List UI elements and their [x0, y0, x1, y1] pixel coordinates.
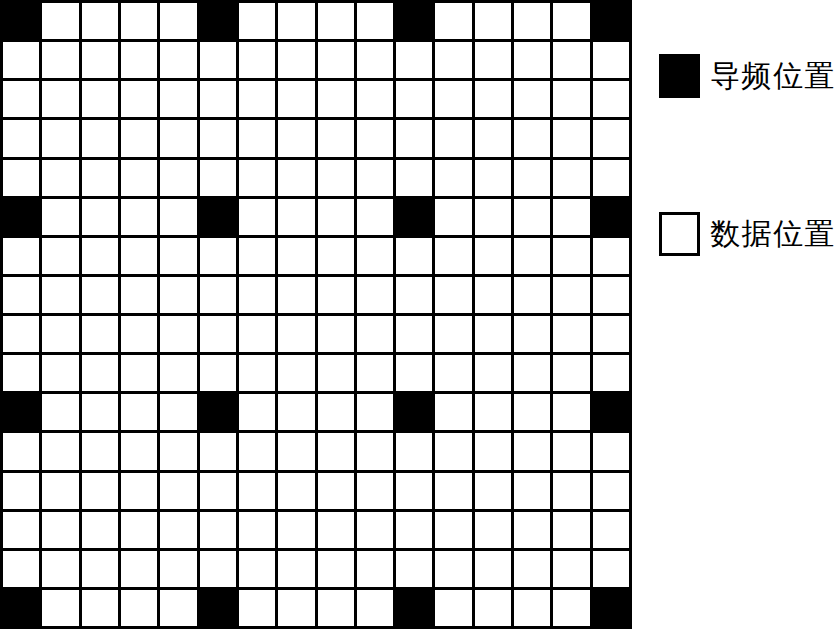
data-cell: [42, 238, 78, 274]
data-cell: [396, 473, 432, 509]
data-cell: [82, 120, 118, 156]
data-cell: [200, 551, 236, 587]
data-cell: [396, 316, 432, 352]
data-cell: [593, 433, 629, 469]
data-cell: [278, 316, 314, 352]
data-cell: [200, 42, 236, 78]
data-cell: [553, 238, 589, 274]
data-cell: [357, 199, 393, 235]
data-cell: [357, 3, 393, 39]
data-cell: [357, 238, 393, 274]
data-cell: [239, 277, 275, 313]
pilot-cell: [200, 199, 236, 235]
data-cell: [357, 433, 393, 469]
data-cell: [278, 277, 314, 313]
data-cell: [475, 316, 511, 352]
data-cell: [160, 120, 196, 156]
data-cell: [121, 238, 157, 274]
data-cell: [200, 473, 236, 509]
data-cell: [239, 81, 275, 117]
data-cell: [160, 277, 196, 313]
data-cell: [82, 42, 118, 78]
data-cell: [121, 433, 157, 469]
data-cell: [3, 42, 39, 78]
data-cell: [42, 355, 78, 391]
data-cell: [42, 551, 78, 587]
legend-label-pilot: 导频位置: [710, 61, 836, 91]
data-cell: [396, 238, 432, 274]
data-cell: [435, 42, 471, 78]
data-cell: [475, 590, 511, 626]
data-cell: [553, 394, 589, 430]
pilot-cell: [593, 3, 629, 39]
data-cell: [593, 238, 629, 274]
data-cell: [357, 473, 393, 509]
data-cell: [82, 355, 118, 391]
data-cell: [475, 433, 511, 469]
data-cell: [318, 3, 354, 39]
data-cell: [396, 512, 432, 548]
pilot-cell: [3, 199, 39, 235]
data-cell: [82, 512, 118, 548]
data-cell: [553, 512, 589, 548]
data-cell: [121, 120, 157, 156]
data-cell: [514, 316, 550, 352]
data-cell: [318, 473, 354, 509]
data-cell: [3, 238, 39, 274]
data-cell: [357, 355, 393, 391]
data-cell: [278, 590, 314, 626]
data-cell: [3, 277, 39, 313]
data-cell: [396, 355, 432, 391]
data-cell: [475, 3, 511, 39]
data-cell: [239, 3, 275, 39]
data-cell: [82, 160, 118, 196]
data-cell: [357, 42, 393, 78]
data-cell: [357, 316, 393, 352]
data-cell: [160, 3, 196, 39]
data-cell: [396, 277, 432, 313]
data-cell: [239, 238, 275, 274]
data-cell: [278, 238, 314, 274]
pilot-cell: [396, 199, 432, 235]
data-cell: [396, 160, 432, 196]
data-cell: [82, 316, 118, 352]
pilot-swatch: [659, 54, 700, 98]
data-cell: [318, 355, 354, 391]
data-cell: [318, 160, 354, 196]
data-cell: [42, 81, 78, 117]
data-swatch: [659, 212, 700, 256]
data-cell: [318, 277, 354, 313]
data-cell: [200, 512, 236, 548]
data-cell: [200, 277, 236, 313]
data-cell: [3, 473, 39, 509]
data-cell: [160, 238, 196, 274]
data-cell: [160, 473, 196, 509]
data-cell: [239, 551, 275, 587]
data-cell: [82, 394, 118, 430]
data-cell: [435, 512, 471, 548]
data-cell: [3, 512, 39, 548]
data-cell: [318, 433, 354, 469]
legend-item-pilot: 导频位置: [659, 54, 836, 98]
data-cell: [278, 120, 314, 156]
data-cell: [121, 512, 157, 548]
data-cell: [82, 551, 118, 587]
data-cell: [435, 473, 471, 509]
data-cell: [42, 160, 78, 196]
data-cell: [82, 433, 118, 469]
pilot-cell: [200, 3, 236, 39]
data-cell: [42, 42, 78, 78]
data-cell: [200, 120, 236, 156]
data-cell: [278, 551, 314, 587]
data-cell: [553, 120, 589, 156]
data-cell: [42, 394, 78, 430]
data-cell: [160, 316, 196, 352]
data-cell: [475, 551, 511, 587]
data-cell: [200, 160, 236, 196]
data-cell: [82, 238, 118, 274]
resource-grid: [0, 0, 632, 629]
data-cell: [396, 551, 432, 587]
data-cell: [593, 120, 629, 156]
data-cell: [121, 3, 157, 39]
data-cell: [435, 316, 471, 352]
data-cell: [239, 199, 275, 235]
data-cell: [318, 120, 354, 156]
data-cell: [435, 355, 471, 391]
data-cell: [3, 316, 39, 352]
data-cell: [318, 238, 354, 274]
data-cell: [475, 473, 511, 509]
data-cell: [42, 316, 78, 352]
data-cell: [200, 433, 236, 469]
data-cell: [593, 81, 629, 117]
data-cell: [121, 81, 157, 117]
data-cell: [514, 81, 550, 117]
data-cell: [435, 433, 471, 469]
data-cell: [475, 277, 511, 313]
data-cell: [318, 394, 354, 430]
data-cell: [82, 81, 118, 117]
data-cell: [514, 160, 550, 196]
data-cell: [278, 433, 314, 469]
data-cell: [3, 81, 39, 117]
data-cell: [514, 199, 550, 235]
data-cell: [160, 590, 196, 626]
data-cell: [318, 199, 354, 235]
data-cell: [121, 160, 157, 196]
data-cell: [3, 355, 39, 391]
data-cell: [357, 120, 393, 156]
data-cell: [200, 316, 236, 352]
data-cell: [239, 433, 275, 469]
data-cell: [514, 42, 550, 78]
data-cell: [514, 551, 550, 587]
data-cell: [160, 160, 196, 196]
data-cell: [200, 238, 236, 274]
data-cell: [435, 277, 471, 313]
data-cell: [514, 433, 550, 469]
data-cell: [553, 355, 589, 391]
data-cell: [396, 42, 432, 78]
data-cell: [593, 473, 629, 509]
data-cell: [278, 473, 314, 509]
pilot-cell: [396, 394, 432, 430]
data-cell: [160, 81, 196, 117]
data-cell: [593, 551, 629, 587]
pilot-cell: [200, 590, 236, 626]
data-cell: [357, 277, 393, 313]
pilot-cell: [3, 590, 39, 626]
data-cell: [278, 199, 314, 235]
data-cell: [239, 473, 275, 509]
data-cell: [435, 238, 471, 274]
legend-item-data: 数据位置: [659, 212, 836, 256]
data-cell: [82, 473, 118, 509]
data-cell: [553, 3, 589, 39]
data-cell: [239, 355, 275, 391]
data-cell: [396, 81, 432, 117]
pilot-cell: [3, 3, 39, 39]
data-cell: [42, 120, 78, 156]
data-cell: [435, 551, 471, 587]
data-cell: [160, 199, 196, 235]
data-cell: [239, 316, 275, 352]
data-cell: [514, 473, 550, 509]
data-cell: [42, 473, 78, 509]
data-cell: [121, 551, 157, 587]
data-cell: [475, 160, 511, 196]
data-cell: [435, 199, 471, 235]
data-cell: [475, 355, 511, 391]
data-cell: [553, 199, 589, 235]
data-cell: [593, 355, 629, 391]
data-cell: [514, 3, 550, 39]
data-cell: [318, 42, 354, 78]
data-cell: [514, 355, 550, 391]
data-cell: [42, 277, 78, 313]
data-cell: [553, 433, 589, 469]
pilot-cell: [200, 394, 236, 430]
data-cell: [278, 160, 314, 196]
pilot-cell: [593, 394, 629, 430]
data-cell: [318, 81, 354, 117]
data-cell: [3, 551, 39, 587]
data-cell: [357, 551, 393, 587]
pilot-cell: [396, 590, 432, 626]
data-cell: [514, 590, 550, 626]
data-cell: [42, 199, 78, 235]
data-cell: [278, 355, 314, 391]
data-cell: [553, 551, 589, 587]
data-cell: [239, 512, 275, 548]
data-cell: [593, 316, 629, 352]
data-cell: [475, 238, 511, 274]
data-cell: [82, 3, 118, 39]
data-cell: [357, 394, 393, 430]
data-cell: [3, 120, 39, 156]
data-cell: [553, 590, 589, 626]
data-cell: [160, 512, 196, 548]
data-cell: [514, 394, 550, 430]
data-cell: [318, 590, 354, 626]
data-cell: [593, 512, 629, 548]
data-cell: [396, 120, 432, 156]
data-cell: [278, 81, 314, 117]
data-cell: [3, 160, 39, 196]
data-cell: [278, 394, 314, 430]
data-cell: [239, 160, 275, 196]
data-cell: [593, 277, 629, 313]
data-cell: [278, 42, 314, 78]
data-cell: [82, 277, 118, 313]
data-cell: [42, 590, 78, 626]
data-cell: [435, 120, 471, 156]
pilot-cell: [593, 590, 629, 626]
data-cell: [42, 433, 78, 469]
data-cell: [121, 42, 157, 78]
data-cell: [160, 355, 196, 391]
data-cell: [42, 3, 78, 39]
pilot-cell: [593, 199, 629, 235]
data-cell: [239, 120, 275, 156]
data-cell: [435, 81, 471, 117]
data-cell: [82, 199, 118, 235]
data-cell: [553, 473, 589, 509]
data-cell: [357, 81, 393, 117]
data-cell: [475, 81, 511, 117]
data-cell: [3, 433, 39, 469]
data-cell: [435, 590, 471, 626]
data-cell: [121, 394, 157, 430]
data-cell: [200, 355, 236, 391]
data-cell: [357, 512, 393, 548]
data-cell: [121, 199, 157, 235]
data-cell: [593, 42, 629, 78]
legend-label-data: 数据位置: [710, 219, 836, 249]
data-cell: [200, 81, 236, 117]
data-cell: [82, 590, 118, 626]
data-cell: [357, 590, 393, 626]
data-cell: [239, 590, 275, 626]
data-cell: [160, 42, 196, 78]
data-cell: [553, 316, 589, 352]
data-cell: [514, 512, 550, 548]
data-cell: [121, 355, 157, 391]
data-cell: [475, 394, 511, 430]
data-cell: [593, 160, 629, 196]
pilot-cell: [396, 3, 432, 39]
data-cell: [475, 199, 511, 235]
data-cell: [121, 473, 157, 509]
data-cell: [318, 551, 354, 587]
data-cell: [514, 238, 550, 274]
data-cell: [435, 394, 471, 430]
data-cell: [475, 120, 511, 156]
data-cell: [239, 394, 275, 430]
data-cell: [514, 120, 550, 156]
data-cell: [239, 42, 275, 78]
data-cell: [435, 3, 471, 39]
data-cell: [435, 160, 471, 196]
data-cell: [278, 512, 314, 548]
data-cell: [160, 394, 196, 430]
data-cell: [318, 316, 354, 352]
data-cell: [475, 512, 511, 548]
data-cell: [475, 42, 511, 78]
data-cell: [553, 160, 589, 196]
data-cell: [121, 316, 157, 352]
data-cell: [396, 433, 432, 469]
data-cell: [553, 81, 589, 117]
data-cell: [278, 3, 314, 39]
data-cell: [121, 277, 157, 313]
data-cell: [42, 512, 78, 548]
pilot-cell: [3, 394, 39, 430]
data-cell: [318, 512, 354, 548]
data-cell: [553, 277, 589, 313]
data-cell: [160, 551, 196, 587]
data-cell: [357, 160, 393, 196]
data-cell: [160, 433, 196, 469]
pilot-pattern-figure: 导频位置 数据位置: [0, 0, 836, 629]
data-cell: [121, 590, 157, 626]
data-cell: [553, 42, 589, 78]
data-cell: [514, 277, 550, 313]
